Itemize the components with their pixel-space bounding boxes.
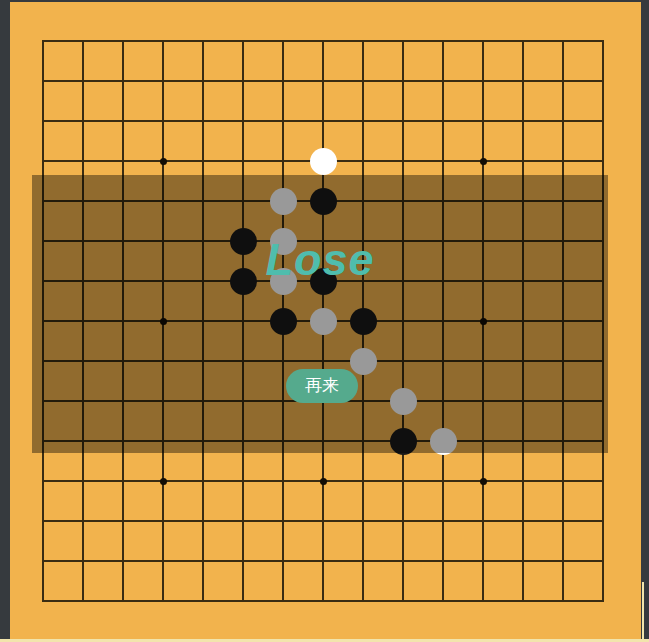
game-window: Lose 再来 xyxy=(0,0,649,642)
window-frame-right xyxy=(641,0,649,639)
star-point xyxy=(160,478,167,485)
window-frame-top xyxy=(10,0,641,2)
star-point xyxy=(160,158,167,165)
star-point xyxy=(320,478,327,485)
star-point xyxy=(480,478,487,485)
window-frame-left xyxy=(0,0,10,639)
star-point xyxy=(480,158,487,165)
replay-button[interactable]: 再来 xyxy=(286,369,358,403)
window-bottom-right-edge xyxy=(642,582,644,639)
result-overlay xyxy=(32,175,608,453)
result-text: Lose xyxy=(32,236,608,284)
white-stone xyxy=(310,148,337,175)
